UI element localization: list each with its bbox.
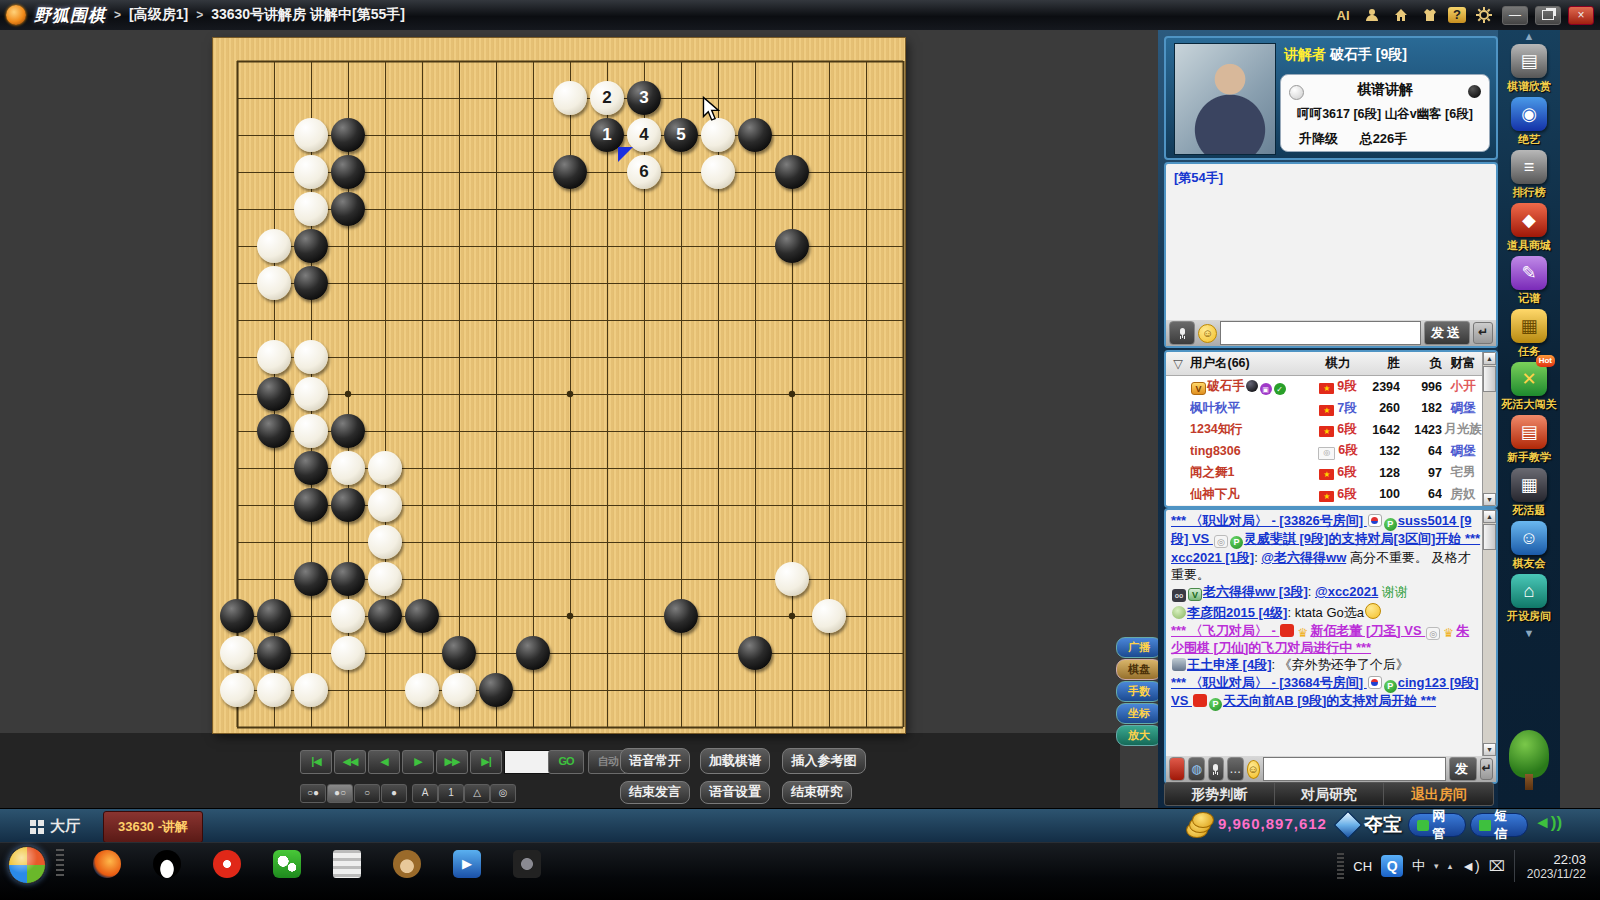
move-number-label: 2	[590, 81, 624, 115]
stone-black-c3-r3	[331, 155, 365, 189]
commentator-role-line: 讲解者 破石手 [9段]	[1284, 46, 1407, 64]
user-list-scrollbar[interactable]: ▲ ▼	[1482, 352, 1496, 506]
stone-white-c1-r5	[257, 229, 291, 263]
sms-envelope-icon	[1479, 820, 1491, 831]
clock-date: 2023/11/22	[1527, 867, 1586, 882]
stone-black-c3-r4	[331, 192, 365, 226]
user-row[interactable]: 1234知行★6段16421423月光族	[1166, 419, 1496, 441]
end-research-button[interactable]: 结束研究	[782, 781, 852, 804]
stone-black-c1-r10	[257, 414, 291, 448]
ime-caret-icon[interactable]: ▾	[1434, 861, 1439, 871]
commentary-input[interactable]	[1220, 321, 1421, 345]
move-number-label: 5	[664, 118, 698, 152]
user-row[interactable]: ting8306◎6段13264碉堡	[1166, 441, 1496, 463]
chat-message: 老六得得ww [3段]: @xcc2021 谢谢	[1171, 584, 1481, 602]
stone-white-c4-r11	[368, 451, 402, 485]
game-total-moves: 总226手	[1360, 131, 1408, 146]
chat-send-button[interactable]: 发送	[1449, 757, 1477, 781]
flag-cn-icon: ★	[1319, 405, 1334, 416]
hot-badge: Hot	[1536, 355, 1555, 367]
iemo-icon	[1365, 603, 1381, 619]
stone-black-c2-r12	[294, 488, 328, 522]
flag-cn-icon: ★	[1319, 383, 1334, 394]
chat-text: 新佰老董 [刀圣] VS	[1310, 623, 1425, 638]
fp-icon	[1209, 698, 1222, 711]
volume-icon[interactable]: ◄)	[1461, 858, 1480, 874]
lobby-grid-icon	[30, 820, 44, 834]
voice-settings-button[interactable]: 语音设置	[700, 781, 770, 804]
breadcrumb-separator: >	[196, 8, 203, 22]
user-row[interactable]: 枫叶秋平★7段260182碉堡	[1166, 398, 1496, 420]
棋友会-icon: ☺	[1511, 521, 1547, 555]
last-move-marker	[618, 147, 633, 162]
col-wealth[interactable]: 财富	[1442, 355, 1484, 372]
user-rank: 6段	[1337, 465, 1356, 479]
排行榜-icon: ≡	[1511, 150, 1547, 184]
restore-button[interactable]	[1535, 6, 1561, 25]
chat-text: :	[1308, 584, 1315, 599]
ib-check-icon	[1274, 383, 1286, 395]
chat-message: 李彦阳2015 [4级]: ktata Go选a	[1171, 603, 1481, 622]
room-tab-active[interactable]: 33630 -讲解	[103, 811, 203, 843]
ib-stone-icon	[1246, 380, 1258, 392]
rail-label: 记谱	[1498, 291, 1560, 306]
user-wins: 260	[1358, 401, 1400, 415]
stone-black-c1-r15	[257, 599, 291, 633]
stone-white-c10-r1: 2	[590, 81, 624, 115]
playback-next-button[interactable]: ▶	[402, 750, 434, 774]
chat-input[interactable]	[1263, 757, 1446, 781]
chat-text: : 《弃外势还争了个后》	[1272, 657, 1409, 672]
ime-mode[interactable]: 中	[1412, 857, 1425, 875]
user-name-cell: 仙神下凡	[1190, 486, 1318, 503]
notes-icon	[333, 850, 361, 878]
tool-black-stone-button[interactable]: ●	[381, 784, 407, 803]
voice-mic-button[interactable]	[1208, 757, 1224, 781]
col-wins[interactable]: 胜	[1358, 355, 1400, 372]
user-losses: 64	[1400, 487, 1442, 501]
tool-triangle-button[interactable]: △	[464, 784, 490, 803]
rail-scroll-up-icon[interactable]: ▲	[1498, 30, 1560, 44]
wechat-icon	[273, 850, 301, 878]
fkr-icon	[1368, 676, 1382, 689]
rail-label: 道具商城	[1498, 238, 1560, 253]
taskbar-grip	[56, 849, 64, 879]
rail-item-绝艺[interactable]: ◉绝艺	[1498, 97, 1560, 147]
chat-username-link[interactable]: 李彦阳2015 [4级]	[1187, 605, 1287, 620]
stone-black-c5-r15	[405, 599, 439, 633]
go-button[interactable]: GO	[548, 750, 584, 774]
stone-white-c3-r16	[331, 636, 365, 670]
sms-button[interactable]: 短信	[1470, 813, 1528, 837]
scrollbar-thumb[interactable]	[1483, 366, 1496, 392]
user-wealth: 宅男	[1442, 464, 1484, 481]
rail-item-任务[interactable]: ▦任务	[1498, 309, 1560, 359]
red-icon	[213, 850, 241, 878]
user-name[interactable]: ting8306	[1190, 444, 1241, 458]
chat-text: 谢谢	[1378, 584, 1408, 599]
chat-username-link[interactable]: @xcc2021	[1315, 584, 1378, 599]
playback-rewind-button[interactable]: ◀◀	[334, 750, 366, 774]
user-wealth: 碉堡	[1442, 443, 1484, 460]
flag-cn-icon: ★	[1319, 469, 1334, 480]
rail-item-开设房间[interactable]: ⌂开设房间	[1498, 574, 1560, 624]
rail-item-道具商城[interactable]: ◆道具商城	[1498, 203, 1560, 253]
stone-white-c2-r2	[294, 118, 328, 152]
taskbar-app-monkey[interactable]	[385, 847, 429, 881]
stone-white-c2-r9	[294, 377, 328, 411]
chat-username-link[interactable]: @老六得得ww	[1261, 550, 1346, 565]
clock-time: 22:03	[1527, 852, 1586, 867]
ib-screen-icon	[1260, 383, 1272, 395]
taskbar-app-live[interactable]: ▶	[445, 847, 489, 881]
chat-text: 天天向前AB [9段]的支持对局开始 ***	[1223, 693, 1436, 708]
exit-room-button[interactable]: 退出房间	[1384, 783, 1493, 805]
network-icon[interactable]: ⌧	[1489, 858, 1505, 874]
chat-username-link[interactable]: xcc2021 [1段]	[1171, 550, 1254, 565]
stone-white-c2-r8	[294, 340, 328, 374]
playback-forward-button[interactable]: ▶▶	[436, 750, 468, 774]
end-speech-button[interactable]: 结束发言	[620, 781, 690, 804]
rail-label: 绝艺	[1498, 132, 1560, 147]
chat-text: *** 〈飞刀对局〉 -	[1171, 623, 1279, 638]
commentary-send-button[interactable]: 发送	[1424, 321, 1470, 345]
chat-text: 灵威斐諆 [9段]的支持对局[3区间]开始 ***	[1244, 531, 1480, 546]
iv-icon	[1188, 588, 1202, 601]
user-wealth: 碉堡	[1442, 400, 1484, 417]
coins-icon	[1186, 812, 1212, 836]
user-list-panel: ▽ 用户名(66) 棋力 胜 负 财富 破石手★9段2394996小开枫叶秋平★…	[1164, 350, 1498, 508]
red-packet-button[interactable]	[1169, 757, 1185, 781]
user-losses: 182	[1400, 401, 1442, 415]
tray-grip	[1337, 853, 1344, 879]
stone-black-c14-r16	[738, 636, 772, 670]
绝艺-icon: ◉	[1511, 97, 1547, 131]
black-stone-icon	[1468, 85, 1481, 98]
enter-icon[interactable]: ↵	[1480, 758, 1493, 780]
user-rank: 9段	[1337, 379, 1356, 393]
任务-icon: ▦	[1511, 309, 1547, 343]
user-name[interactable]: 仙神下凡	[1190, 487, 1240, 501]
game-meta: 升降级 总226手	[1281, 130, 1489, 148]
playback-prev-button[interactable]: ◀	[368, 750, 400, 774]
icrown-icon	[1442, 627, 1455, 640]
chat-message: xcc2021 [1段]: @老六得得ww 高分不重要。 及格才重要。	[1171, 550, 1481, 583]
commentary-panel: [第54手] ☺ 发送 ↵	[1164, 162, 1498, 348]
stone-white-c13-r3	[701, 155, 735, 189]
user-rank-cell: ★6段	[1318, 421, 1358, 438]
stone-black-c3-r10	[331, 414, 365, 448]
rail-item-棋谱欣赏[interactable]: ▤棋谱欣赏	[1498, 44, 1560, 94]
user-rank-cell: ★6段	[1318, 486, 1358, 503]
user-row[interactable]: 破石手★9段2394996小开	[1166, 376, 1496, 398]
rail-scroll-down-icon[interactable]: ▼	[1498, 627, 1560, 641]
decorative-tree	[1506, 730, 1552, 800]
stone-black-c4-r15	[368, 599, 402, 633]
stone-white-c5-r17	[405, 673, 439, 707]
help-icon[interactable]: ?	[1448, 7, 1466, 23]
game-research-button[interactable]: 对局研究	[1275, 783, 1385, 805]
ime-icon[interactable]: Q	[1381, 855, 1403, 877]
commentator-panel: 讲解者 破石手 [9段] 棋谱讲解 呵呵3617 [6段] 山谷v幽客 [6段]…	[1164, 36, 1498, 160]
windows-taskbar: ▶ CH Q 中 ▾ ▴ ◄) ⌧ 22:03 2023/11/22	[0, 842, 1600, 900]
game-players: 呵呵3617 [6段] 山谷v幽客 [6段]	[1281, 106, 1489, 123]
user-row[interactable]: 仙神下凡★6段10064房奴	[1166, 484, 1496, 506]
ibinoc-icon	[1172, 589, 1186, 602]
sound-speaker-icon[interactable]: ◄))	[1534, 813, 1562, 833]
system-tray: CH Q 中 ▾ ▴ ◄) ⌧ 22:03 2023/11/22	[1337, 847, 1596, 885]
stone-black-c15-r5	[775, 229, 809, 263]
playback-last-button[interactable]: ▶|	[470, 750, 502, 774]
tool-circle-button[interactable]: ◎	[490, 784, 516, 803]
fcn-icon	[1280, 624, 1294, 637]
stone-black-c3-r12	[331, 488, 365, 522]
chat-username-link[interactable]: 王土申泽 [4段]	[1187, 657, 1272, 672]
situation-analysis-button[interactable]: 形势判断	[1165, 783, 1275, 805]
go-board[interactable]: 231456	[213, 38, 905, 733]
flag-cn-icon: ★	[1319, 426, 1334, 437]
stone-white-c2-r4	[294, 192, 328, 226]
lobby-tab[interactable]: 大厅	[24, 813, 100, 840]
fcn-icon	[1193, 694, 1207, 707]
clock[interactable]: 22:03 2023/11/22	[1514, 850, 1596, 882]
user-rank: 7段	[1337, 401, 1356, 415]
stone-white-c4-r14	[368, 562, 402, 596]
admin-button[interactable]: 网管	[1408, 813, 1466, 837]
stone-white-c0-r16	[220, 636, 254, 670]
chat-messages: *** 〈职业对局〉 - [33826号房间] suss5014 [9段] VS…	[1166, 510, 1483, 756]
profile-icon[interactable]	[1361, 5, 1383, 25]
col-losses[interactable]: 负	[1400, 355, 1442, 372]
icrown-icon	[1296, 627, 1309, 640]
rail-item-死活大闯关[interactable]: ✕Hot死活大闯关	[1498, 362, 1560, 412]
stone-white-c1-r17	[257, 673, 291, 707]
user-name-cell: 破石手	[1190, 378, 1318, 395]
user-rank: 6段	[1337, 487, 1356, 501]
scroll-down-icon[interactable]: ▼	[1483, 493, 1496, 506]
scroll-up-icon[interactable]: ▲	[1483, 510, 1496, 523]
stone-white-c4-r13	[368, 525, 402, 559]
stone-black-c9-r3	[553, 155, 587, 189]
scroll-up-icon[interactable]: ▲	[1483, 352, 1496, 365]
rail-item-死活题[interactable]: ▦死活题	[1498, 468, 1560, 518]
user-name[interactable]: 1234知行	[1190, 422, 1243, 436]
tool-alt-stones-button[interactable]: ○●	[300, 784, 326, 803]
stone-black-c7-r17	[479, 673, 513, 707]
game-info-title: 棋谱讲解	[1281, 81, 1489, 99]
start-button[interactable]	[8, 846, 46, 884]
game-type: 升降级	[1299, 131, 1338, 146]
board-tab-5[interactable]: 放大	[1116, 725, 1162, 746]
emoji-button[interactable]: ☺	[1198, 324, 1217, 343]
记谱-icon: ✎	[1511, 256, 1547, 290]
stone-white-c0-r17	[220, 673, 254, 707]
user-losses: 996	[1400, 380, 1442, 394]
user-rank-cell: ★6段	[1318, 464, 1358, 481]
棋谱欣赏-icon: ▤	[1511, 44, 1547, 78]
board-tab-3[interactable]: 手数	[1116, 681, 1162, 702]
新手教学-icon: ▤	[1511, 415, 1547, 449]
mouse-cursor	[700, 96, 722, 122]
breadcrumb-separator: >	[114, 8, 121, 22]
stone-black-c0-r15	[220, 599, 254, 633]
bottom-actions-bar: 形势判断对局研究退出房间	[1164, 782, 1494, 806]
col-rank[interactable]: 棋力	[1318, 355, 1358, 372]
stone-black-c1-r16	[257, 636, 291, 670]
stone-black-c3-r2	[331, 118, 365, 152]
close-button[interactable]: ×	[1568, 6, 1594, 25]
ffan-icon	[1214, 535, 1228, 548]
load-kifu-button[interactable]: 加载棋谱	[700, 748, 770, 774]
stone-white-c1-r8	[257, 340, 291, 374]
commentary-move-label: [第54手]	[1166, 164, 1496, 187]
chat-message: *** 〈职业对局〉 - [33684号房间] cing123 [9段] VS …	[1171, 675, 1481, 711]
stone-white-c16-r15	[812, 599, 846, 633]
stone-black-c1-r9	[257, 377, 291, 411]
show-hidden-icons[interactable]: ▴	[1448, 861, 1453, 871]
chat-username-link[interactable]: 老六得得ww [3段]	[1203, 584, 1308, 599]
rail-label: 死活大闯关	[1498, 397, 1560, 412]
stone-black-c12-r15	[664, 599, 698, 633]
user-wins: 132	[1358, 444, 1400, 458]
user-losses: 97	[1400, 466, 1442, 480]
stone-white-c13-r2	[701, 118, 735, 152]
taskbar-app-notes[interactable]	[325, 847, 369, 881]
user-name-cell: ting8306	[1190, 444, 1318, 458]
filter-icon[interactable]: ▽	[1166, 356, 1190, 371]
user-rank: 6段	[1337, 422, 1356, 436]
user-list-body: 破石手★9段2394996小开枫叶秋平★7段260182碉堡1234知行★6段1…	[1166, 376, 1496, 505]
board-tab-4[interactable]: 坐标	[1116, 703, 1162, 724]
stone-black-c11-r1: 3	[627, 81, 661, 115]
broadcast-globe-button[interactable]: ◍	[1188, 757, 1204, 781]
chat-text: *** 〈职业对局〉 - [33684号房间]	[1171, 675, 1367, 690]
stone-white-c6-r17	[442, 673, 476, 707]
rail-label: 开设房间	[1498, 609, 1560, 624]
tool-letter-button[interactable]: A	[412, 784, 438, 803]
rail-item-新手教学[interactable]: ▤新手教学	[1498, 415, 1560, 465]
playback-first-button[interactable]: |◀	[300, 750, 332, 774]
emoji-button[interactable]: ☺	[1247, 760, 1260, 779]
speech-bubble-button[interactable]: …	[1227, 757, 1243, 781]
white-stone-icon	[1289, 85, 1304, 100]
app-title: 野狐围棋	[34, 4, 106, 27]
stone-white-c1-r6	[257, 266, 291, 300]
taskbar-app-firefox[interactable]	[85, 847, 129, 881]
rail-item-排行榜[interactable]: ≡排行榜	[1498, 150, 1560, 200]
home-icon[interactable]	[1390, 5, 1412, 25]
user-rank-cell: ★7段	[1318, 400, 1358, 417]
move-number-input[interactable]	[504, 750, 550, 774]
chat-scrollbar[interactable]: ▲ ▼	[1482, 510, 1496, 756]
move-number-label: 3	[627, 81, 661, 115]
user-losses: 1423	[1400, 423, 1442, 437]
stone-black-c2-r6	[294, 266, 328, 300]
stone-black-c14-r2	[738, 118, 772, 152]
rail-item-棋友会[interactable]: ☺棋友会	[1498, 521, 1560, 571]
ffan-icon	[1426, 627, 1440, 640]
stone-black-c12-r2: 5	[664, 118, 698, 152]
breadcrumb-room-category[interactable]: [高级房1]	[129, 6, 188, 24]
right-icon-rail: ▲ ▤棋谱欣赏◉绝艺≡排行榜◆道具商城✎记谱▦任务✕Hot死活大闯关▤新手教学▦…	[1498, 30, 1560, 808]
room-chat-panel: *** 〈职业对局〉 - [33826号房间] suss5014 [9段] VS…	[1164, 508, 1498, 784]
enter-icon[interactable]: ↵	[1473, 322, 1493, 344]
app-logo-icon	[6, 5, 26, 25]
treasure-button[interactable]: 夺宝	[1364, 812, 1402, 838]
col-username[interactable]: 用户名(66)	[1190, 355, 1318, 372]
user-name-cell: 枫叶秋平	[1190, 400, 1318, 417]
admin-chat-icon	[1417, 820, 1429, 831]
title-bar: 野狐围棋 > [高级房1] > 33630号讲解房 讲解中[第55手] AI ?…	[0, 0, 1600, 30]
ivip-icon	[1191, 382, 1206, 395]
user-name[interactable]: 枫叶秋平	[1190, 401, 1240, 415]
taskbar-app-qq[interactable]	[145, 847, 189, 881]
board-tab-2[interactable]: 棋盘	[1116, 659, 1162, 680]
chat-text: : ktata Go选a	[1287, 605, 1364, 620]
icab-icon	[1172, 606, 1186, 619]
rail-item-记谱[interactable]: ✎记谱	[1498, 256, 1560, 306]
voice-mic-button[interactable]	[1169, 321, 1195, 345]
fp-icon	[1230, 536, 1243, 549]
user-wins: 100	[1358, 487, 1400, 501]
开设房间-icon: ⌂	[1511, 574, 1547, 608]
user-wins: 2394	[1358, 380, 1400, 394]
firefox-icon	[93, 850, 121, 878]
insert-diagram-button[interactable]: 插入参考图	[782, 748, 866, 774]
taskbar-app-wechat[interactable]	[265, 847, 309, 881]
stone-black-c15-r3	[775, 155, 809, 189]
user-name[interactable]: 破石手	[1207, 379, 1245, 393]
flag-white-icon: ◎	[1318, 447, 1335, 460]
minimize-button[interactable]: —	[1502, 6, 1528, 25]
language-indicator[interactable]: CH	[1353, 859, 1372, 874]
stone-white-c2-r10	[294, 414, 328, 448]
board-tab-1[interactable]: 广播	[1116, 637, 1162, 658]
taskbar-app-red[interactable]	[205, 847, 249, 881]
taskbar-app-dark[interactable]	[505, 847, 549, 881]
settings-gear-icon[interactable]	[1473, 5, 1495, 25]
tool-white-stone-button[interactable]: ○	[354, 784, 380, 803]
voice-always-on-button[interactable]: 语音常开	[620, 748, 690, 774]
ai-button[interactable]: AI	[1332, 5, 1354, 25]
rail-label: 新手教学	[1498, 450, 1560, 465]
stone-black-c2-r5	[294, 229, 328, 263]
tool-number-button[interactable]: 1	[438, 784, 464, 803]
user-row[interactable]: 闻之舞1★6段12897宅男	[1166, 462, 1496, 484]
user-wealth: 小开	[1442, 378, 1484, 395]
stone-black-c2-r11	[294, 451, 328, 485]
iava-icon	[1172, 658, 1186, 671]
scroll-down-icon[interactable]: ▼	[1483, 743, 1496, 756]
chat-message: 王土申泽 [4段]: 《弃外势还争了个后》	[1171, 657, 1481, 674]
commentator-photo	[1174, 43, 1276, 155]
scrollbar-thumb[interactable]	[1483, 524, 1496, 550]
live-icon: ▶	[453, 850, 481, 878]
chat-message: *** 〈飞刀对局〉 - 新佰老董 [刀圣] VS 朱少围棋 [刀仙]的飞刀对局…	[1171, 623, 1481, 657]
stone-black-c8-r16	[516, 636, 550, 670]
stone-black-c3-r14	[331, 562, 365, 596]
tool-stones-button[interactable]: ●○	[327, 784, 353, 803]
rail-label: 棋谱欣赏	[1498, 79, 1560, 94]
wardrobe-icon[interactable]	[1419, 5, 1441, 25]
user-name[interactable]: 闻之舞1	[1190, 465, 1234, 479]
qq-icon	[153, 850, 181, 878]
user-wealth: 月光族	[1442, 421, 1484, 438]
flag-cn-icon: ★	[1319, 491, 1334, 502]
user-rank: 6段	[1338, 443, 1357, 457]
chat-message: *** 〈职业对局〉 - [33826号房间] suss5014 [9段] VS…	[1171, 513, 1481, 549]
coin-balance: 9,960,897,612	[1218, 815, 1327, 832]
